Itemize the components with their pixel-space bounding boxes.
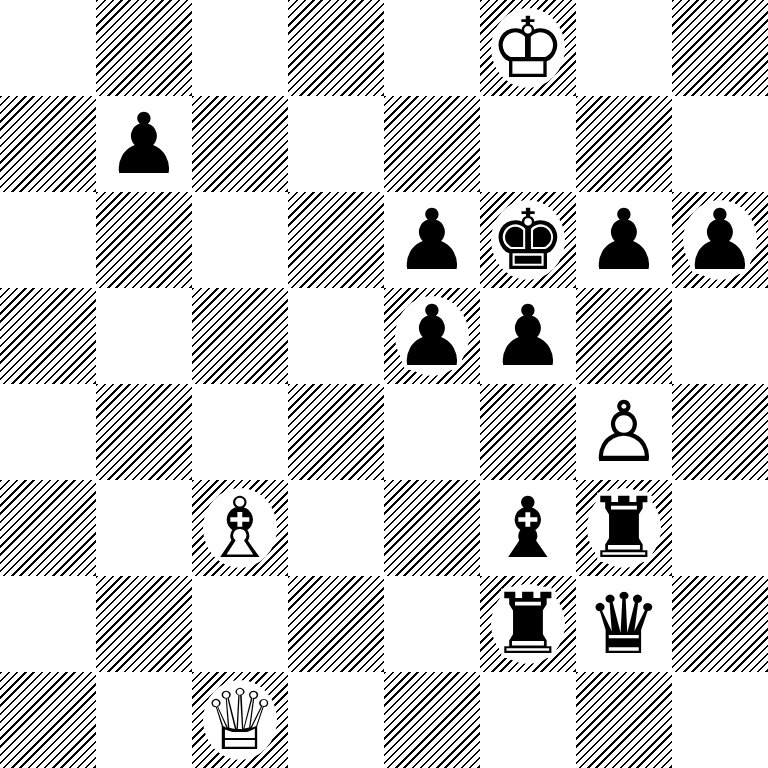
white-queen-piece[interactable]: ♕ — [192, 672, 288, 768]
square-a5[interactable] — [0, 288, 96, 384]
black-queen-piece[interactable]: ♛ — [576, 576, 672, 672]
square-b5[interactable] — [96, 288, 192, 384]
square-e3[interactable] — [384, 480, 480, 576]
square-c8[interactable] — [192, 0, 288, 96]
square-f7[interactable] — [480, 96, 576, 192]
square-f3[interactable]: ♝ — [480, 480, 576, 576]
square-a4[interactable] — [0, 384, 96, 480]
square-c1[interactable]: ♕ — [192, 672, 288, 768]
square-h8[interactable] — [672, 0, 768, 96]
square-d4[interactable] — [288, 384, 384, 480]
black-pawn-piece[interactable]: ♟ — [96, 96, 192, 192]
square-g7[interactable] — [576, 96, 672, 192]
square-a3[interactable] — [0, 480, 96, 576]
square-e6[interactable]: ♟ — [384, 192, 480, 288]
black-rook-piece[interactable]: ♜ — [576, 480, 672, 576]
square-f1[interactable] — [480, 672, 576, 768]
square-d7[interactable] — [288, 96, 384, 192]
black-bishop-piece[interactable]: ♝ — [480, 480, 576, 576]
square-c4[interactable] — [192, 384, 288, 480]
square-d8[interactable] — [288, 0, 384, 96]
square-h2[interactable] — [672, 576, 768, 672]
square-a6[interactable] — [0, 192, 96, 288]
square-e1[interactable] — [384, 672, 480, 768]
square-e5[interactable]: ♟ — [384, 288, 480, 384]
square-b7[interactable]: ♟ — [96, 96, 192, 192]
white-bishop-piece[interactable]: ♗ — [192, 480, 288, 576]
square-b6[interactable] — [96, 192, 192, 288]
chess-diagram: ♔♟♟♚♟♟♟♟♙♗♝♜♜♛♕ — [0, 0, 768, 768]
square-g4[interactable]: ♙ — [576, 384, 672, 480]
black-pawn-piece[interactable]: ♟ — [384, 192, 480, 288]
square-e7[interactable] — [384, 96, 480, 192]
chess-board: ♔♟♟♚♟♟♟♟♙♗♝♜♜♛♕ — [0, 0, 768, 768]
square-g1[interactable] — [576, 672, 672, 768]
square-g6[interactable]: ♟ — [576, 192, 672, 288]
square-f8[interactable]: ♔ — [480, 0, 576, 96]
square-g5[interactable] — [576, 288, 672, 384]
square-f2[interactable]: ♜ — [480, 576, 576, 672]
square-b2[interactable] — [96, 576, 192, 672]
square-d5[interactable] — [288, 288, 384, 384]
square-d1[interactable] — [288, 672, 384, 768]
square-g2[interactable]: ♛ — [576, 576, 672, 672]
square-a7[interactable] — [0, 96, 96, 192]
square-h6[interactable]: ♟ — [672, 192, 768, 288]
square-d6[interactable] — [288, 192, 384, 288]
square-e8[interactable] — [384, 0, 480, 96]
square-d2[interactable] — [288, 576, 384, 672]
square-a2[interactable] — [0, 576, 96, 672]
black-pawn-piece[interactable]: ♟ — [480, 288, 576, 384]
square-h4[interactable] — [672, 384, 768, 480]
square-a8[interactable] — [0, 0, 96, 96]
square-h3[interactable] — [672, 480, 768, 576]
square-b1[interactable] — [96, 672, 192, 768]
square-h5[interactable] — [672, 288, 768, 384]
square-b4[interactable] — [96, 384, 192, 480]
square-c5[interactable] — [192, 288, 288, 384]
black-rook-piece[interactable]: ♜ — [480, 576, 576, 672]
square-e2[interactable] — [384, 576, 480, 672]
white-king-piece[interactable]: ♔ — [480, 0, 576, 96]
square-g3[interactable]: ♜ — [576, 480, 672, 576]
square-f4[interactable] — [480, 384, 576, 480]
square-c6[interactable] — [192, 192, 288, 288]
square-c2[interactable] — [192, 576, 288, 672]
black-pawn-piece[interactable]: ♟ — [576, 192, 672, 288]
square-g8[interactable] — [576, 0, 672, 96]
square-d3[interactable] — [288, 480, 384, 576]
square-b8[interactable] — [96, 0, 192, 96]
square-h7[interactable] — [672, 96, 768, 192]
square-b3[interactable] — [96, 480, 192, 576]
square-f6[interactable]: ♚ — [480, 192, 576, 288]
square-f5[interactable]: ♟ — [480, 288, 576, 384]
square-e4[interactable] — [384, 384, 480, 480]
square-c7[interactable] — [192, 96, 288, 192]
white-pawn-piece[interactable]: ♙ — [576, 384, 672, 480]
square-c3[interactable]: ♗ — [192, 480, 288, 576]
square-a1[interactable] — [0, 672, 96, 768]
black-pawn-piece[interactable]: ♟ — [384, 288, 480, 384]
black-king-piece[interactable]: ♚ — [480, 192, 576, 288]
black-pawn-piece[interactable]: ♟ — [672, 192, 768, 288]
square-h1[interactable] — [672, 672, 768, 768]
